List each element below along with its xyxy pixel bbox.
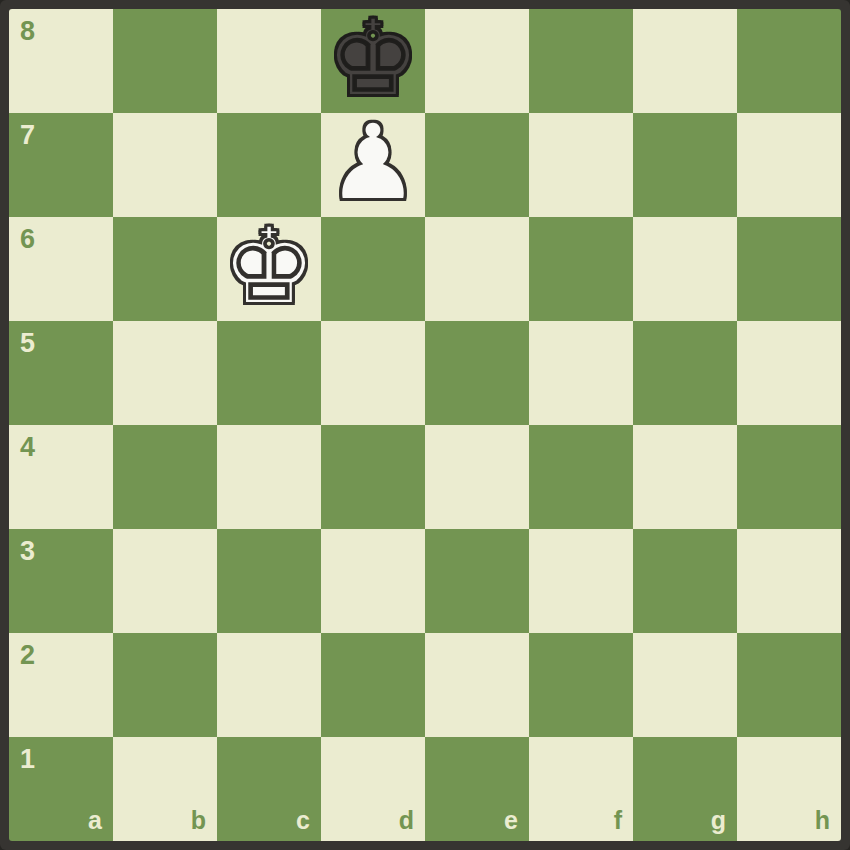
- square-d5[interactable]: [321, 321, 425, 425]
- square-d2[interactable]: [321, 633, 425, 737]
- square-a6[interactable]: 6: [9, 217, 113, 321]
- rank-label-3: 3: [20, 538, 35, 565]
- square-f4[interactable]: [529, 425, 633, 529]
- square-a8[interactable]: 8: [9, 9, 113, 113]
- square-e4[interactable]: [425, 425, 529, 529]
- square-g1[interactable]: g: [633, 737, 737, 841]
- square-b8[interactable]: [113, 9, 217, 113]
- piece-white-pawn[interactable]: ♟: [321, 113, 425, 217]
- rank-label-5: 5: [20, 330, 35, 357]
- square-b4[interactable]: [113, 425, 217, 529]
- square-b5[interactable]: [113, 321, 217, 425]
- square-e2[interactable]: [425, 633, 529, 737]
- square-d6[interactable]: [321, 217, 425, 321]
- file-label-f: f: [614, 808, 622, 833]
- file-label-e: e: [504, 808, 518, 833]
- square-g4[interactable]: [633, 425, 737, 529]
- square-c1[interactable]: c: [217, 737, 321, 841]
- square-e1[interactable]: e: [425, 737, 529, 841]
- square-d3[interactable]: [321, 529, 425, 633]
- square-b7[interactable]: [113, 113, 217, 217]
- file-label-h: h: [815, 808, 830, 833]
- square-a2[interactable]: 2: [9, 633, 113, 737]
- file-label-d: d: [399, 808, 414, 833]
- file-label-a: a: [88, 808, 102, 833]
- chess-board-frame: 8♚7♟6♚54321abcdefgh: [0, 0, 850, 850]
- square-c5[interactable]: [217, 321, 321, 425]
- square-g7[interactable]: [633, 113, 737, 217]
- square-a3[interactable]: 3: [9, 529, 113, 633]
- square-d4[interactable]: [321, 425, 425, 529]
- rank-label-2: 2: [20, 642, 35, 669]
- square-g3[interactable]: [633, 529, 737, 633]
- file-label-b: b: [191, 808, 206, 833]
- square-e6[interactable]: [425, 217, 529, 321]
- square-c2[interactable]: [217, 633, 321, 737]
- square-h1[interactable]: h: [737, 737, 841, 841]
- square-c3[interactable]: [217, 529, 321, 633]
- square-b6[interactable]: [113, 217, 217, 321]
- square-b3[interactable]: [113, 529, 217, 633]
- square-h6[interactable]: [737, 217, 841, 321]
- square-e5[interactable]: [425, 321, 529, 425]
- square-c4[interactable]: [217, 425, 321, 529]
- square-a4[interactable]: 4: [9, 425, 113, 529]
- square-g5[interactable]: [633, 321, 737, 425]
- square-a7[interactable]: 7: [9, 113, 113, 217]
- square-f5[interactable]: [529, 321, 633, 425]
- square-g8[interactable]: [633, 9, 737, 113]
- square-f8[interactable]: [529, 9, 633, 113]
- piece-black-king[interactable]: ♚: [321, 9, 425, 113]
- square-f1[interactable]: f: [529, 737, 633, 841]
- square-h5[interactable]: [737, 321, 841, 425]
- square-d7[interactable]: ♟: [321, 113, 425, 217]
- chess-board: 8♚7♟6♚54321abcdefgh: [9, 9, 841, 841]
- square-h2[interactable]: [737, 633, 841, 737]
- square-c6[interactable]: ♚: [217, 217, 321, 321]
- piece-white-king[interactable]: ♚: [217, 217, 321, 321]
- file-label-c: c: [296, 808, 310, 833]
- rank-label-6: 6: [20, 226, 35, 253]
- square-f7[interactable]: [529, 113, 633, 217]
- square-b2[interactable]: [113, 633, 217, 737]
- square-f2[interactable]: [529, 633, 633, 737]
- square-e8[interactable]: [425, 9, 529, 113]
- rank-label-4: 4: [20, 434, 35, 461]
- square-h3[interactable]: [737, 529, 841, 633]
- square-f3[interactable]: [529, 529, 633, 633]
- rank-label-1: 1: [20, 746, 35, 773]
- square-h7[interactable]: [737, 113, 841, 217]
- square-c7[interactable]: [217, 113, 321, 217]
- rank-label-7: 7: [20, 122, 35, 149]
- square-h4[interactable]: [737, 425, 841, 529]
- square-d8[interactable]: ♚: [321, 9, 425, 113]
- square-g6[interactable]: [633, 217, 737, 321]
- rank-label-8: 8: [20, 18, 35, 45]
- square-f6[interactable]: [529, 217, 633, 321]
- file-label-g: g: [711, 808, 726, 833]
- square-c8[interactable]: [217, 9, 321, 113]
- square-g2[interactable]: [633, 633, 737, 737]
- square-b1[interactable]: b: [113, 737, 217, 841]
- square-e3[interactable]: [425, 529, 529, 633]
- square-d1[interactable]: d: [321, 737, 425, 841]
- square-a5[interactable]: 5: [9, 321, 113, 425]
- square-h8[interactable]: [737, 9, 841, 113]
- square-a1[interactable]: 1a: [9, 737, 113, 841]
- square-e7[interactable]: [425, 113, 529, 217]
